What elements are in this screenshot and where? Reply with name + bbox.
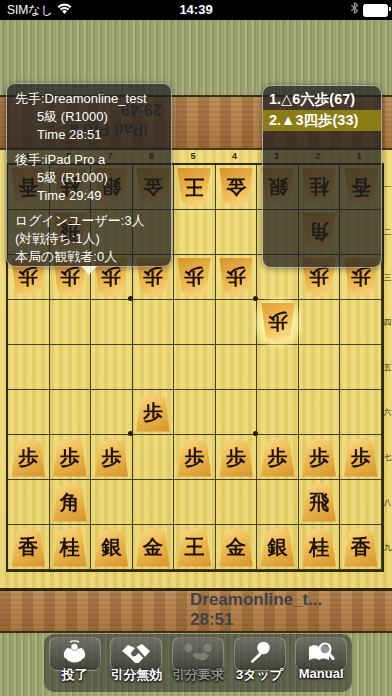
piece-歩-gote[interactable]: 歩 — [177, 258, 211, 297]
square-88[interactable]: 角 — [50, 480, 92, 525]
piece-桂-sente[interactable]: 桂 — [302, 528, 336, 567]
sente-rank: 5級 (R1000) — [15, 108, 171, 126]
rank-label-4: 四 — [383, 300, 392, 345]
rank-label-2: 二 — [383, 210, 392, 255]
piece-kanji: 金 — [226, 537, 246, 557]
piece-歩-sente[interactable]: 歩 — [136, 393, 170, 432]
square-53[interactable]: 歩 — [174, 255, 216, 300]
piece-金-sente[interactable]: 金 — [136, 528, 170, 567]
handshake-icon — [121, 641, 151, 667]
piece-桂-sente[interactable]: 桂 — [53, 528, 87, 567]
square-74[interactable] — [91, 300, 133, 345]
square-67[interactable] — [133, 435, 175, 480]
square-16[interactable] — [340, 390, 382, 435]
square-86[interactable] — [50, 390, 92, 435]
square-45[interactable] — [216, 345, 258, 390]
square-35[interactable] — [257, 345, 299, 390]
piece-歩-sente[interactable]: 歩 — [94, 438, 128, 477]
square-14[interactable] — [340, 300, 382, 345]
move-list-panel[interactable]: 1.△6六歩(67) 2.▲3四歩(33) — [262, 85, 382, 268]
square-87[interactable]: 歩 — [50, 435, 92, 480]
square-15[interactable] — [340, 345, 382, 390]
square-41[interactable]: 金 — [216, 165, 258, 210]
piece-kanji: 王 — [184, 537, 204, 557]
square-97[interactable]: 歩 — [8, 435, 50, 480]
piece-飛-sente[interactable]: 飛 — [302, 483, 336, 522]
rank-label-3: 三 — [383, 255, 392, 300]
bottom-player-time: 28:51 — [190, 610, 233, 630]
sente-time: Time 28:51 — [15, 126, 171, 144]
piece-kanji: 銀 — [101, 537, 121, 557]
piece-kanji: 歩 — [60, 447, 80, 467]
bluetooth-icon — [350, 1, 359, 19]
piece-kanji: 香 — [18, 537, 38, 557]
piece-kanji: 飛 — [309, 492, 329, 512]
square-38[interactable] — [257, 480, 299, 525]
book-magnifier-icon — [307, 640, 335, 668]
square-29[interactable]: 桂 — [299, 525, 341, 570]
square-55[interactable] — [174, 345, 216, 390]
rank-label-5: 五 — [383, 345, 392, 390]
manual-button[interactable]: Manual — [292, 637, 350, 681]
piece-kanji: 歩 — [143, 402, 163, 422]
panel-arrow-icon — [81, 266, 97, 275]
square-58[interactable] — [174, 480, 216, 525]
rank-label-1: 一 — [383, 165, 392, 210]
square-49[interactable]: 金 — [216, 525, 258, 570]
app-screen: 29:49 iPad Pro a 987654321 一二三四五六七八九 香桂銀… — [0, 0, 392, 696]
resign-label: 投了 — [62, 666, 88, 684]
square-26[interactable] — [299, 390, 341, 435]
square-17[interactable]: 歩 — [340, 435, 382, 480]
battery-icon — [363, 4, 388, 17]
game-info-panel[interactable]: 先手:Dreamonline_test 5級 (R1000) Time 28:5… — [6, 83, 172, 267]
rank-label-9: 九 — [383, 525, 392, 570]
clock-label: 14:39 — [0, 0, 392, 20]
square-25[interactable] — [299, 345, 341, 390]
square-48[interactable] — [216, 480, 258, 525]
square-96[interactable] — [8, 390, 50, 435]
square-59[interactable]: 王 — [174, 525, 216, 570]
square-85[interactable] — [50, 345, 92, 390]
login-users: ログインユーザー:3人 — [15, 212, 171, 230]
square-94[interactable] — [8, 300, 50, 345]
square-57[interactable]: 歩 — [174, 435, 216, 480]
pin-icon — [247, 640, 273, 668]
piece-歩-gote[interactable]: 歩 — [261, 303, 295, 342]
piece-kanji: 歩 — [268, 312, 288, 332]
piece-kanji: 歩 — [18, 447, 38, 467]
square-24[interactable] — [299, 300, 341, 345]
square-46[interactable] — [216, 390, 258, 435]
piece-王-gote[interactable]: 王 — [177, 168, 211, 207]
square-77[interactable]: 歩 — [91, 435, 133, 480]
square-42[interactable] — [216, 210, 258, 255]
draw-request-button: 引分要求 — [169, 637, 227, 684]
piece-銀-sente[interactable]: 銀 — [94, 528, 128, 567]
square-69[interactable]: 金 — [133, 525, 175, 570]
piece-金-gote[interactable]: 金 — [219, 168, 253, 207]
sente-player-label: 先手:Dreamonline_test — [15, 90, 171, 108]
square-78[interactable] — [91, 480, 133, 525]
file-label-5: 5 — [172, 150, 214, 163]
rank-labels: 一二三四五六七八九 — [383, 165, 392, 570]
gote-player-label: 後手:iPad Pro a — [15, 151, 171, 169]
file-label-4: 4 — [214, 150, 256, 163]
square-28[interactable]: 飛 — [299, 480, 341, 525]
hoshi-dot — [128, 296, 133, 301]
square-75[interactable] — [91, 345, 133, 390]
rank-label-6: 六 — [383, 390, 392, 435]
square-89[interactable]: 桂 — [50, 525, 92, 570]
square-43[interactable]: 歩 — [216, 255, 258, 300]
piece-kanji: 桂 — [309, 537, 329, 557]
three-tap-label: 3タップ — [236, 666, 283, 684]
square-65[interactable] — [133, 345, 175, 390]
square-76[interactable] — [91, 390, 133, 435]
square-64[interactable] — [133, 300, 175, 345]
three-tap-button[interactable]: 3タップ — [231, 637, 289, 684]
square-79[interactable]: 銀 — [91, 525, 133, 570]
piece-香-sente[interactable]: 香 — [344, 528, 378, 567]
square-18[interactable] — [340, 480, 382, 525]
piece-kanji: 金 — [226, 177, 246, 197]
piece-kanji: 銀 — [268, 537, 288, 557]
square-68[interactable] — [133, 480, 175, 525]
square-52[interactable] — [174, 210, 216, 255]
piece-kanji: 角 — [60, 492, 80, 512]
square-27[interactable]: 歩 — [299, 435, 341, 480]
piece-歩-sente[interactable]: 歩 — [53, 438, 87, 477]
hoshi-dot — [253, 296, 258, 301]
piece-kanji: 歩 — [101, 447, 121, 467]
draw-request-label: 引分要求 — [172, 666, 224, 684]
observers: 本局の観戦者:0人 — [15, 248, 171, 266]
piece-歩-sente[interactable]: 歩 — [11, 438, 45, 477]
piece-歩-sente[interactable]: 歩 — [219, 438, 253, 477]
square-98[interactable] — [8, 480, 50, 525]
piece-王-sente[interactable]: 王 — [177, 528, 211, 567]
piece-歩-sente[interactable]: 歩 — [261, 438, 295, 477]
draw-invalid-label: 引分無効 — [110, 666, 162, 684]
piece-kanji: 王 — [184, 177, 204, 197]
square-56[interactable] — [174, 390, 216, 435]
piece-銀-sente[interactable]: 銀 — [261, 528, 295, 567]
piece-kanji: 歩 — [226, 267, 246, 287]
square-84[interactable] — [50, 300, 92, 345]
piece-kanji: 歩 — [101, 267, 121, 287]
waiting-users: (対戦待ち:1人) — [15, 230, 171, 248]
piece-kanji: 歩 — [226, 447, 246, 467]
bottom-player-name: Dreamonline_t... — [190, 590, 322, 610]
square-66[interactable]: 歩 — [133, 390, 175, 435]
gote-time: Time 29:49 — [15, 187, 171, 205]
piece-kanji: 香 — [351, 537, 371, 557]
piece-歩-gote[interactable]: 歩 — [219, 258, 253, 297]
piece-kanji: 歩 — [268, 447, 288, 467]
piece-kanji: 歩 — [309, 267, 329, 287]
piece-kanji: 歩 — [309, 447, 329, 467]
rank-label-8: 八 — [383, 480, 392, 525]
piece-香-sente[interactable]: 香 — [11, 528, 45, 567]
bottom-toolbar: 投了 引分無効 — [44, 634, 352, 692]
piece-歩-sente[interactable]: 歩 — [302, 438, 336, 477]
piece-kanji: 歩 — [18, 267, 38, 287]
draw-invalid-button[interactable]: 引分無効 — [107, 637, 165, 684]
piece-kanji: 歩 — [351, 447, 371, 467]
hoshi-dot — [253, 431, 258, 436]
piece-歩-sente[interactable]: 歩 — [177, 438, 211, 477]
piece-金-sente[interactable]: 金 — [219, 528, 253, 567]
square-39[interactable]: 銀 — [257, 525, 299, 570]
move-row-1[interactable]: 1.△6六歩(67) — [263, 89, 381, 110]
square-95[interactable] — [8, 345, 50, 390]
piece-kanji: 歩 — [184, 447, 204, 467]
rank-label-7: 七 — [383, 435, 392, 480]
square-37[interactable]: 歩 — [257, 435, 299, 480]
square-44[interactable] — [216, 300, 258, 345]
move-row-2-selected[interactable]: 2.▲3四歩(33) — [263, 110, 381, 131]
piece-歩-sente[interactable]: 歩 — [344, 438, 378, 477]
gote-rank: 5級 (R1000) — [15, 169, 171, 187]
square-51[interactable]: 王 — [174, 165, 216, 210]
hoshi-dot — [128, 431, 133, 436]
status-bar: SIMなし 14:39 — [0, 0, 392, 20]
piece-kanji: 金 — [143, 537, 163, 557]
square-47[interactable]: 歩 — [216, 435, 258, 480]
piece-kanji: 歩 — [143, 267, 163, 287]
piece-kanji: 桂 — [60, 537, 80, 557]
piece-kanji: 歩 — [184, 267, 204, 287]
manual-label: Manual — [299, 666, 344, 681]
piece-kanji: 歩 — [351, 267, 371, 287]
square-54[interactable] — [174, 300, 216, 345]
square-36[interactable] — [257, 390, 299, 435]
square-19[interactable]: 香 — [340, 525, 382, 570]
resign-button[interactable]: 投了 — [46, 637, 104, 684]
draw-request-faces-icon — [183, 642, 213, 666]
square-34[interactable]: 歩 — [257, 300, 299, 345]
resign-bow-icon — [61, 640, 88, 668]
piece-角-sente[interactable]: 角 — [53, 483, 87, 522]
square-99[interactable]: 香 — [8, 525, 50, 570]
piece-kanji: 歩 — [60, 267, 80, 287]
